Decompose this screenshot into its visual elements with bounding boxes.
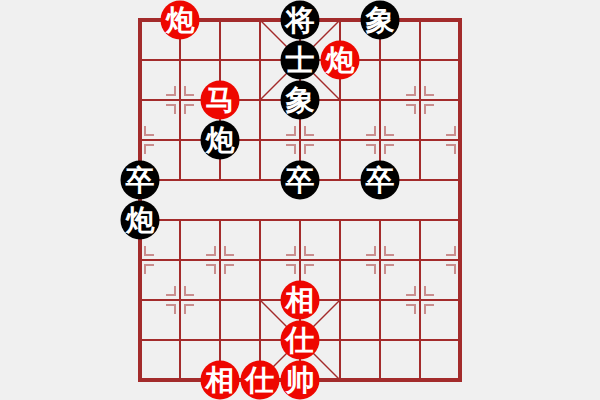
point-marker xyxy=(446,126,455,135)
point-marker xyxy=(406,86,415,95)
red-horse[interactable]: 马 xyxy=(201,81,240,120)
point-marker xyxy=(385,145,394,154)
point-marker xyxy=(185,86,194,95)
point-marker xyxy=(366,265,375,274)
red-cannon[interactable]: 炮 xyxy=(161,1,200,40)
red-cannon[interactable]: 炮 xyxy=(321,41,360,80)
black-soldier[interactable]: 卒 xyxy=(121,161,160,200)
point-marker xyxy=(366,126,375,135)
point-marker xyxy=(305,265,314,274)
point-marker xyxy=(305,246,314,255)
point-marker xyxy=(145,246,154,255)
point-marker xyxy=(166,105,175,114)
point-marker xyxy=(286,246,295,255)
point-marker xyxy=(385,126,394,135)
point-marker xyxy=(305,145,314,154)
point-marker xyxy=(185,305,194,314)
point-marker xyxy=(286,265,295,274)
point-marker xyxy=(185,105,194,114)
point-marker xyxy=(206,246,215,255)
black-advisor[interactable]: 士 xyxy=(281,41,320,80)
black-cannon[interactable]: 炮 xyxy=(121,201,160,240)
black-elephant[interactable]: 象 xyxy=(281,81,320,120)
point-marker xyxy=(425,286,434,295)
point-marker xyxy=(145,126,154,135)
xiangqi-board: 炮将象士炮马象炮卒卒卒炮相仕相仕帅 xyxy=(0,0,600,400)
point-marker xyxy=(446,265,455,274)
point-marker xyxy=(225,246,234,255)
point-marker xyxy=(406,305,415,314)
point-marker xyxy=(425,305,434,314)
point-marker xyxy=(385,246,394,255)
point-marker xyxy=(166,86,175,95)
red-elephant[interactable]: 相 xyxy=(281,281,320,320)
point-marker xyxy=(286,145,295,154)
point-marker xyxy=(166,286,175,295)
point-marker xyxy=(366,145,375,154)
point-marker xyxy=(406,105,415,114)
point-marker xyxy=(385,265,394,274)
black-elephant[interactable]: 象 xyxy=(361,1,400,40)
point-marker xyxy=(406,286,415,295)
point-marker xyxy=(145,265,154,274)
point-marker xyxy=(425,105,434,114)
red-general[interactable]: 帅 xyxy=(281,361,320,400)
point-marker xyxy=(366,246,375,255)
point-marker xyxy=(206,265,215,274)
point-marker xyxy=(425,86,434,95)
point-marker xyxy=(305,126,314,135)
point-marker xyxy=(166,305,175,314)
red-advisor[interactable]: 仕 xyxy=(241,361,280,400)
red-advisor[interactable]: 仕 xyxy=(281,321,320,360)
black-soldier[interactable]: 卒 xyxy=(361,161,400,200)
black-cannon[interactable]: 炮 xyxy=(201,121,240,160)
black-soldier[interactable]: 卒 xyxy=(281,161,320,200)
point-marker xyxy=(145,145,154,154)
point-marker xyxy=(446,246,455,255)
red-elephant[interactable]: 相 xyxy=(201,361,240,400)
point-marker xyxy=(286,126,295,135)
point-marker xyxy=(225,265,234,274)
point-marker xyxy=(185,286,194,295)
point-marker xyxy=(446,145,455,154)
black-general[interactable]: 将 xyxy=(281,1,320,40)
